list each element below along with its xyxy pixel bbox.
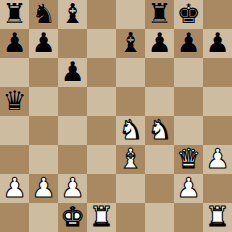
square-b5[interactable] [29, 87, 58, 116]
square-b8[interactable]: ♞ [29, 0, 58, 29]
square-a5[interactable]: ♛ [0, 87, 29, 116]
square-d6[interactable] [87, 58, 116, 87]
square-h4[interactable] [203, 116, 232, 145]
square-f7[interactable]: ♟ [145, 29, 174, 58]
square-d8[interactable] [87, 0, 116, 29]
white-king[interactable]: ♚ [60, 203, 84, 230]
square-a1[interactable] [0, 203, 29, 232]
white-pawn[interactable]: ♟ [176, 174, 200, 201]
square-d3[interactable] [87, 145, 116, 174]
black-bishop[interactable]: ♝ [118, 29, 142, 56]
square-f4[interactable]: ♞ [145, 116, 174, 145]
square-a8[interactable]: ♜ [0, 0, 29, 29]
square-c5[interactable] [58, 87, 87, 116]
square-c7[interactable] [58, 29, 87, 58]
square-f6[interactable] [145, 58, 174, 87]
square-a3[interactable] [0, 145, 29, 174]
square-e4[interactable]: ♞ [116, 116, 145, 145]
square-c2[interactable]: ♟ [58, 174, 87, 203]
square-h2[interactable] [203, 174, 232, 203]
square-d7[interactable] [87, 29, 116, 58]
square-g3[interactable]: ♛ [174, 145, 203, 174]
square-g8[interactable]: ♚ [174, 0, 203, 29]
black-pawn[interactable]: ♟ [31, 29, 55, 56]
square-a2[interactable]: ♟ [0, 174, 29, 203]
square-a7[interactable]: ♟ [0, 29, 29, 58]
chess-board: ♜♞♝♜♚♟♟♝♟♟♟♟♛♞♞♝♛♟♟♟♟♟♚♜♜ [0, 0, 232, 232]
black-queen[interactable]: ♛ [2, 87, 26, 114]
square-b2[interactable]: ♟ [29, 174, 58, 203]
black-knight[interactable]: ♞ [31, 0, 55, 27]
square-e6[interactable] [116, 58, 145, 87]
square-b7[interactable]: ♟ [29, 29, 58, 58]
square-a4[interactable] [0, 116, 29, 145]
square-g1[interactable] [174, 203, 203, 232]
square-d2[interactable] [87, 174, 116, 203]
square-f3[interactable] [145, 145, 174, 174]
black-rook[interactable]: ♜ [2, 0, 26, 27]
square-g4[interactable] [174, 116, 203, 145]
white-rook[interactable]: ♜ [205, 203, 229, 230]
square-f1[interactable] [145, 203, 174, 232]
black-pawn[interactable]: ♟ [176, 29, 200, 56]
square-h3[interactable]: ♟ [203, 145, 232, 174]
square-c6[interactable]: ♟ [58, 58, 87, 87]
square-h7[interactable]: ♟ [203, 29, 232, 58]
square-g6[interactable] [174, 58, 203, 87]
white-pawn[interactable]: ♟ [205, 145, 229, 172]
black-king[interactable]: ♚ [176, 0, 200, 27]
square-g2[interactable]: ♟ [174, 174, 203, 203]
square-h5[interactable] [203, 87, 232, 116]
black-pawn[interactable]: ♟ [60, 58, 84, 85]
square-a6[interactable] [0, 58, 29, 87]
square-d1[interactable]: ♜ [87, 203, 116, 232]
square-c4[interactable] [58, 116, 87, 145]
square-h8[interactable] [203, 0, 232, 29]
square-b6[interactable] [29, 58, 58, 87]
square-b1[interactable] [29, 203, 58, 232]
white-pawn[interactable]: ♟ [2, 174, 26, 201]
square-f5[interactable] [145, 87, 174, 116]
square-d5[interactable] [87, 87, 116, 116]
black-pawn[interactable]: ♟ [147, 29, 171, 56]
square-h6[interactable] [203, 58, 232, 87]
square-e3[interactable]: ♝ [116, 145, 145, 174]
square-d4[interactable] [87, 116, 116, 145]
black-rook[interactable]: ♜ [147, 0, 171, 27]
white-queen[interactable]: ♛ [176, 145, 200, 172]
square-g7[interactable]: ♟ [174, 29, 203, 58]
square-e7[interactable]: ♝ [116, 29, 145, 58]
square-f8[interactable]: ♜ [145, 0, 174, 29]
square-g5[interactable] [174, 87, 203, 116]
square-b3[interactable] [29, 145, 58, 174]
white-knight[interactable]: ♞ [147, 116, 171, 143]
white-rook[interactable]: ♜ [89, 203, 113, 230]
square-b4[interactable] [29, 116, 58, 145]
white-knight[interactable]: ♞ [118, 116, 142, 143]
black-pawn[interactable]: ♟ [205, 29, 229, 56]
square-e2[interactable] [116, 174, 145, 203]
white-pawn[interactable]: ♟ [31, 174, 55, 201]
square-c3[interactable] [58, 145, 87, 174]
square-h1[interactable]: ♜ [203, 203, 232, 232]
black-pawn[interactable]: ♟ [2, 29, 26, 56]
square-c8[interactable]: ♝ [58, 0, 87, 29]
white-bishop[interactable]: ♝ [118, 145, 142, 172]
square-e1[interactable] [116, 203, 145, 232]
black-bishop[interactable]: ♝ [60, 0, 84, 27]
white-pawn[interactable]: ♟ [60, 174, 84, 201]
square-e8[interactable] [116, 0, 145, 29]
square-e5[interactable] [116, 87, 145, 116]
square-c1[interactable]: ♚ [58, 203, 87, 232]
square-f2[interactable] [145, 174, 174, 203]
